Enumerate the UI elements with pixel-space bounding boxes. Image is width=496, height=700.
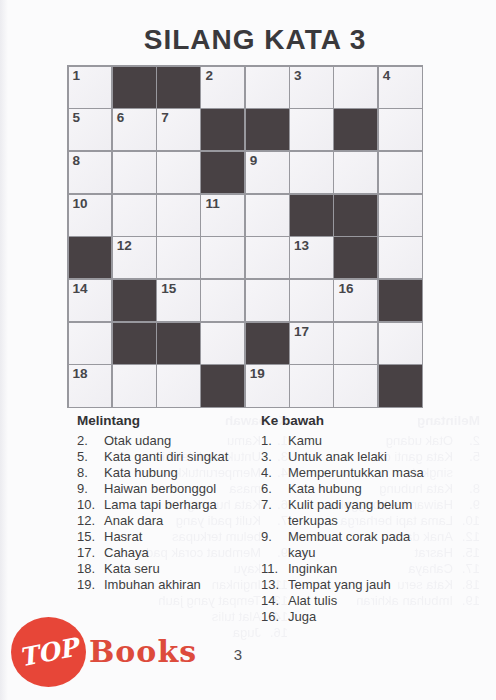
clue-number: 18 — [73, 365, 88, 382]
page-number: 3 — [226, 646, 250, 663]
clue-item-number: 8. — [77, 465, 104, 481]
clue-number: 9 — [250, 152, 258, 169]
block-cell — [246, 109, 289, 150]
clue-item: 9.Haiwan berbonggol — [77, 481, 263, 497]
letter-cell[interactable]: 14 — [69, 280, 112, 321]
block-cell — [201, 365, 244, 406]
letter-cell[interactable] — [334, 365, 377, 406]
clue-item: 3.Untuk anak lelaki — [261, 449, 477, 465]
clue-number: 16 — [338, 280, 353, 297]
clue-item-number: 2. — [77, 433, 104, 449]
clue-item: 5.Kata ganti diri singkat — [77, 449, 263, 465]
letter-cell[interactable] — [157, 365, 200, 406]
clue-item-text: Membuat corak pada kayu — [288, 529, 430, 561]
clue-number: 19 — [250, 365, 265, 382]
clue-item-text: Kata hubung — [288, 481, 430, 497]
clue-item-text: Kata ganti diri singkat — [104, 449, 259, 465]
clue-item-text: Kata seru — [104, 561, 259, 577]
clue-item-text: Tempat yang jauh — [288, 577, 430, 593]
clue-item-number: 3. — [261, 449, 288, 465]
down-clue-list: 1.Kamu3.Untuk anak lelaki4.Memperuntukka… — [261, 433, 477, 625]
clue-item-number: 19. — [77, 577, 104, 593]
letter-cell[interactable]: 12 — [113, 237, 156, 278]
letter-cell[interactable] — [379, 195, 422, 236]
clue-item-number: 4. — [261, 465, 288, 481]
letter-cell[interactable] — [334, 152, 377, 193]
clue-item-number: 9. — [77, 481, 104, 497]
clue-number: 6 — [117, 109, 125, 126]
clue-item-number: 10. — [77, 497, 104, 513]
block-cell — [201, 109, 244, 150]
block-cell — [69, 237, 112, 278]
clue-number: 8 — [73, 152, 81, 169]
across-clues-section: Melintang 2.Otak udang5.Kata ganti diri … — [77, 413, 263, 593]
block-cell — [379, 280, 422, 321]
clue-number: 13 — [294, 237, 309, 254]
block-cell — [334, 237, 377, 278]
clue-item: 13.Tempat yang jauh — [261, 577, 477, 593]
clue-item-text: Kulit padi yang belum terkupas — [288, 497, 430, 529]
clue-number: 5 — [73, 109, 81, 126]
clue-item-text: Otak udang — [104, 433, 259, 449]
letter-cell[interactable] — [290, 152, 333, 193]
letter-cell[interactable]: 3 — [290, 67, 333, 108]
letter-cell[interactable] — [379, 323, 422, 364]
block-cell — [113, 323, 156, 364]
clue-item: 19.Imbuhan akhiran — [77, 577, 263, 593]
clue-item-number: 18. — [77, 561, 104, 577]
clue-item-text: Cahaya — [104, 545, 259, 561]
letter-cell[interactable] — [334, 67, 377, 108]
clue-number: 1 — [73, 67, 81, 84]
clue-item-number: 13. — [261, 577, 288, 593]
clue-number: 15 — [161, 280, 176, 297]
clue-item: 10.Lama tapi berharga — [77, 497, 263, 513]
block-cell — [334, 109, 377, 150]
letter-cell[interactable]: 1 — [69, 67, 112, 108]
block-cell — [113, 280, 156, 321]
letter-cell[interactable]: 19 — [246, 365, 289, 406]
letter-cell[interactable] — [246, 67, 289, 108]
down-heading: Ke bawah — [261, 413, 477, 429]
clue-item-text: Imbuhan akhiran — [104, 577, 259, 593]
clue-item-text: Memperuntukkan masa — [288, 465, 430, 481]
clue-item-number: 7. — [261, 497, 288, 513]
clue-item: 9.Membuat corak pada kayu — [261, 529, 477, 561]
letter-cell[interactable] — [290, 109, 333, 150]
letter-cell[interactable] — [113, 195, 156, 236]
letter-cell[interactable] — [113, 365, 156, 406]
crossword-grid: 12345678910111213141516171819 — [67, 65, 423, 408]
clue-item-number: 12. — [77, 513, 104, 529]
clue-item: 18.Kata seru — [77, 561, 263, 577]
letter-cell[interactable] — [246, 280, 289, 321]
clue-item-text: Alat tulis — [288, 593, 430, 609]
clue-item-text: Juga — [288, 609, 430, 625]
clue-item: 14.Alat tulis — [261, 593, 477, 609]
letter-cell[interactable]: 6 — [113, 109, 156, 150]
clue-item-number: 9. — [261, 529, 288, 545]
letter-cell[interactable]: 13 — [290, 237, 333, 278]
letter-cell[interactable]: 16 — [334, 280, 377, 321]
clue-item-text: Hasrat — [104, 529, 259, 545]
letter-cell[interactable] — [246, 237, 289, 278]
letter-cell[interactable]: 5 — [69, 109, 112, 150]
clue-item-number: 14. — [261, 593, 288, 609]
letter-cell[interactable]: 4 — [379, 67, 422, 108]
clue-item-text: Kata hubung — [104, 465, 259, 481]
letter-cell[interactable] — [157, 237, 200, 278]
letter-cell[interactable] — [290, 280, 333, 321]
logo-books-text: Books — [89, 634, 197, 669]
letter-cell[interactable] — [334, 323, 377, 364]
block-cell — [379, 365, 422, 406]
clue-item-number: 15. — [77, 529, 104, 545]
letter-cell[interactable] — [157, 195, 200, 236]
letter-cell[interactable]: 10 — [69, 195, 112, 236]
letter-cell[interactable] — [246, 195, 289, 236]
letter-cell[interactable]: 8 — [69, 152, 112, 193]
block-cell — [334, 195, 377, 236]
clue-number: 17 — [294, 323, 309, 340]
clue-item: 15.Hasrat — [77, 529, 263, 545]
clue-number: 4 — [383, 67, 391, 84]
clue-number: 11 — [205, 195, 219, 212]
letter-cell[interactable]: 11 — [201, 195, 244, 236]
letter-cell[interactable] — [290, 365, 333, 406]
clue-item-number: 1. — [261, 433, 288, 449]
down-clues-section: Ke bawah 1.Kamu3.Untuk anak lelaki4.Memp… — [261, 413, 477, 625]
publisher-logo: TOP Books — [11, 616, 201, 691]
clue-number: 3 — [294, 67, 302, 84]
block-cell — [246, 323, 289, 364]
letter-cell[interactable]: 15 — [157, 280, 200, 321]
letter-cell[interactable]: 17 — [290, 323, 333, 364]
letter-cell[interactable]: 18 — [69, 365, 112, 406]
book-page: SILANG KATA 3 12345678910111213141516171… — [0, 0, 496, 700]
clue-item-text: Anak dara — [104, 513, 259, 529]
clue-item: 17.Cahaya — [77, 545, 263, 561]
clue-item-number: 11. — [261, 561, 288, 577]
letter-cell[interactable] — [113, 152, 156, 193]
clue-item: 7.Kulit padi yang belum terkupas — [261, 497, 477, 529]
clue-item: 1.Kamu — [261, 433, 477, 449]
block-cell — [113, 67, 156, 108]
clue-item: 12.Anak dara — [77, 513, 263, 529]
clue-item-number: 16. — [261, 609, 288, 625]
clue-item: 2.Otak udang — [77, 433, 263, 449]
clue-item-number: 17. — [77, 545, 104, 561]
letter-cell[interactable] — [379, 152, 422, 193]
logo-top-text: TOP — [17, 632, 81, 672]
clue-item: 4.Memperuntukkan masa — [261, 465, 477, 481]
letter-cell[interactable] — [379, 237, 422, 278]
letter-cell[interactable] — [379, 109, 422, 150]
letter-cell[interactable] — [69, 323, 112, 364]
clue-item-number: 5. — [77, 449, 104, 465]
clue-item: 6.Kata hubung — [261, 481, 477, 497]
clue-item: 8.Kata hubung — [77, 465, 263, 481]
clue-item-text: Untuk anak lelaki — [288, 449, 430, 465]
clue-item: 16.Juga — [261, 609, 477, 625]
clue-item: 11.Inginkan — [261, 561, 477, 577]
across-heading: Melintang — [77, 413, 263, 429]
letter-cell[interactable] — [157, 152, 200, 193]
clue-number: 7 — [161, 109, 169, 126]
clue-item-text: Kamu — [288, 433, 430, 449]
clue-number: 10 — [73, 195, 88, 212]
block-cell — [201, 152, 244, 193]
clue-item-text: Haiwan berbonggol — [104, 481, 259, 497]
clue-number: 2 — [205, 67, 213, 84]
block-cell — [157, 323, 200, 364]
letter-cell[interactable]: 7 — [157, 109, 200, 150]
clue-number: 14 — [73, 280, 88, 297]
clue-item-text: Inginkan — [288, 561, 430, 577]
letter-cell[interactable]: 2 — [201, 67, 244, 108]
letter-cell[interactable] — [201, 323, 244, 364]
block-cell — [290, 195, 333, 236]
across-clue-list: 2.Otak udang5.Kata ganti diri singkat8.K… — [77, 433, 263, 593]
page-title: SILANG KATA 3 — [7, 24, 496, 56]
logo-circle: TOP — [11, 617, 86, 687]
letter-cell[interactable] — [201, 237, 244, 278]
clue-item-text: Lama tapi berharga — [104, 497, 259, 513]
block-cell — [157, 67, 200, 108]
clue-number: 12 — [117, 237, 132, 254]
letter-cell[interactable] — [201, 280, 244, 321]
letter-cell[interactable]: 9 — [246, 152, 289, 193]
clue-item-number: 6. — [261, 481, 288, 497]
